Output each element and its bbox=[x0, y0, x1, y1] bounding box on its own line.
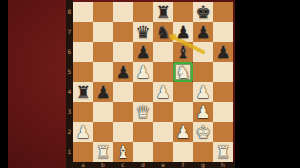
file-label-f: f bbox=[173, 161, 193, 168]
square-d4[interactable] bbox=[133, 82, 153, 102]
square-h5[interactable] bbox=[213, 62, 233, 82]
square-h1[interactable]: ♜ bbox=[213, 142, 233, 162]
white-pawn: ♟ bbox=[73, 122, 93, 142]
square-b6[interactable] bbox=[93, 42, 113, 62]
square-a1[interactable] bbox=[73, 142, 93, 162]
square-d1[interactable] bbox=[133, 142, 153, 162]
black-pawn: ♟ bbox=[133, 42, 153, 62]
file-label-h: h bbox=[213, 161, 233, 168]
black-pawn: ♟ bbox=[173, 22, 193, 42]
file-label-c: c bbox=[113, 161, 133, 168]
black-pawn: ♟ bbox=[213, 42, 233, 62]
black-knight: ♞ bbox=[153, 22, 173, 42]
white-pawn: ♟ bbox=[153, 82, 173, 102]
square-b7[interactable] bbox=[93, 22, 113, 42]
rank-label-3: 3 bbox=[66, 102, 73, 122]
square-e4[interactable]: ♟ bbox=[153, 82, 173, 102]
square-e3[interactable] bbox=[153, 102, 173, 122]
square-c4[interactable] bbox=[113, 82, 133, 102]
white-queen: ♛ bbox=[133, 102, 153, 122]
black-rook: ♜ bbox=[153, 2, 173, 22]
square-g5[interactable] bbox=[193, 62, 213, 82]
square-f8[interactable] bbox=[173, 2, 193, 22]
square-c2[interactable] bbox=[113, 122, 133, 142]
square-c5[interactable]: ♟ bbox=[113, 62, 133, 82]
square-h6[interactable]: ♟ bbox=[213, 42, 233, 62]
white-pawn: ♟ bbox=[193, 82, 213, 102]
square-c1[interactable]: ♝ bbox=[113, 142, 133, 162]
black-pawn: ♟ bbox=[93, 82, 113, 102]
square-g1[interactable] bbox=[193, 142, 213, 162]
square-a5[interactable] bbox=[73, 62, 93, 82]
video-frame: 87654321 ♜♚♛♞♟♟♟♝♟♟♟♞♜♟♟♟♛♟♟♟♚♜♝♜ abcdef… bbox=[0, 0, 300, 168]
square-f3[interactable] bbox=[173, 102, 193, 122]
square-e5[interactable] bbox=[153, 62, 173, 82]
square-b4[interactable]: ♟ bbox=[93, 82, 113, 102]
rank-label-2: 2 bbox=[66, 122, 73, 142]
square-d8[interactable] bbox=[133, 2, 153, 22]
rank-label-1: 1 bbox=[66, 142, 73, 162]
square-a3[interactable] bbox=[73, 102, 93, 122]
black-king: ♚ bbox=[193, 2, 213, 22]
square-a4[interactable]: ♜ bbox=[73, 82, 93, 102]
square-a7[interactable] bbox=[73, 22, 93, 42]
square-b5[interactable] bbox=[93, 62, 113, 82]
square-c3[interactable] bbox=[113, 102, 133, 122]
black-bishop: ♝ bbox=[173, 42, 193, 62]
rank-label-7: 7 bbox=[66, 22, 73, 42]
square-e2[interactable] bbox=[153, 122, 173, 142]
rank-label-4: 4 bbox=[66, 82, 73, 102]
square-h8[interactable] bbox=[213, 2, 233, 22]
square-b8[interactable] bbox=[93, 2, 113, 22]
white-king: ♚ bbox=[193, 122, 213, 142]
square-b2[interactable] bbox=[93, 122, 113, 142]
square-d6[interactable]: ♟ bbox=[133, 42, 153, 62]
file-labels: abcdefgh bbox=[73, 161, 233, 168]
file-label-g: g bbox=[193, 161, 213, 168]
square-d2[interactable] bbox=[133, 122, 153, 142]
square-h4[interactable] bbox=[213, 82, 233, 102]
black-pawn: ♟ bbox=[193, 22, 213, 42]
file-label-a: a bbox=[73, 161, 93, 168]
white-pawn: ♟ bbox=[193, 102, 213, 122]
rank-label-8: 8 bbox=[66, 2, 73, 22]
rank-label-5: 5 bbox=[66, 62, 73, 82]
square-c6[interactable] bbox=[113, 42, 133, 62]
black-pawn: ♟ bbox=[113, 62, 133, 82]
square-h7[interactable] bbox=[213, 22, 233, 42]
white-pawn: ♟ bbox=[173, 122, 193, 142]
white-bishop: ♝ bbox=[113, 142, 133, 162]
square-f6[interactable]: ♝ bbox=[173, 42, 193, 62]
square-e1[interactable] bbox=[153, 142, 173, 162]
square-c7[interactable] bbox=[113, 22, 133, 42]
square-d5[interactable]: ♟ bbox=[133, 62, 153, 82]
square-g7[interactable]: ♟ bbox=[193, 22, 213, 42]
square-g8[interactable]: ♚ bbox=[193, 2, 213, 22]
square-c8[interactable] bbox=[113, 2, 133, 22]
square-a8[interactable] bbox=[73, 2, 93, 22]
square-e6[interactable] bbox=[153, 42, 173, 62]
square-g3[interactable]: ♟ bbox=[193, 102, 213, 122]
rank-label-6: 6 bbox=[66, 42, 73, 62]
square-b1[interactable]: ♜ bbox=[93, 142, 113, 162]
square-g6[interactable] bbox=[193, 42, 213, 62]
white-pawn: ♟ bbox=[133, 62, 153, 82]
square-b3[interactable] bbox=[93, 102, 113, 122]
square-f7[interactable]: ♟ bbox=[173, 22, 193, 42]
square-g2[interactable]: ♚ bbox=[193, 122, 213, 142]
square-f5[interactable]: ♞ bbox=[173, 62, 193, 82]
black-queen: ♛ bbox=[133, 22, 153, 42]
square-g4[interactable]: ♟ bbox=[193, 82, 213, 102]
square-e7[interactable]: ♞ bbox=[153, 22, 173, 42]
file-label-e: e bbox=[153, 161, 173, 168]
chess-board: ♜♚♛♞♟♟♟♝♟♟♟♞♜♟♟♟♛♟♟♟♚♜♝♜ bbox=[73, 2, 233, 162]
black-rook: ♜ bbox=[73, 82, 93, 102]
square-e8[interactable]: ♜ bbox=[153, 2, 173, 22]
white-rook: ♜ bbox=[93, 142, 113, 162]
square-a2[interactable]: ♟ bbox=[73, 122, 93, 142]
file-label-b: b bbox=[93, 161, 113, 168]
square-f1[interactable] bbox=[173, 142, 193, 162]
file-label-d: d bbox=[133, 161, 153, 168]
white-knight: ♞ bbox=[173, 62, 193, 82]
square-f2[interactable]: ♟ bbox=[173, 122, 193, 142]
square-h3[interactable] bbox=[213, 102, 233, 122]
square-d7[interactable]: ♛ bbox=[133, 22, 153, 42]
square-d3[interactable]: ♛ bbox=[133, 102, 153, 122]
square-h2[interactable] bbox=[213, 122, 233, 142]
square-a6[interactable] bbox=[73, 42, 93, 62]
rank-labels: 87654321 bbox=[66, 2, 73, 162]
white-rook: ♜ bbox=[213, 142, 233, 162]
square-f4[interactable] bbox=[173, 82, 193, 102]
